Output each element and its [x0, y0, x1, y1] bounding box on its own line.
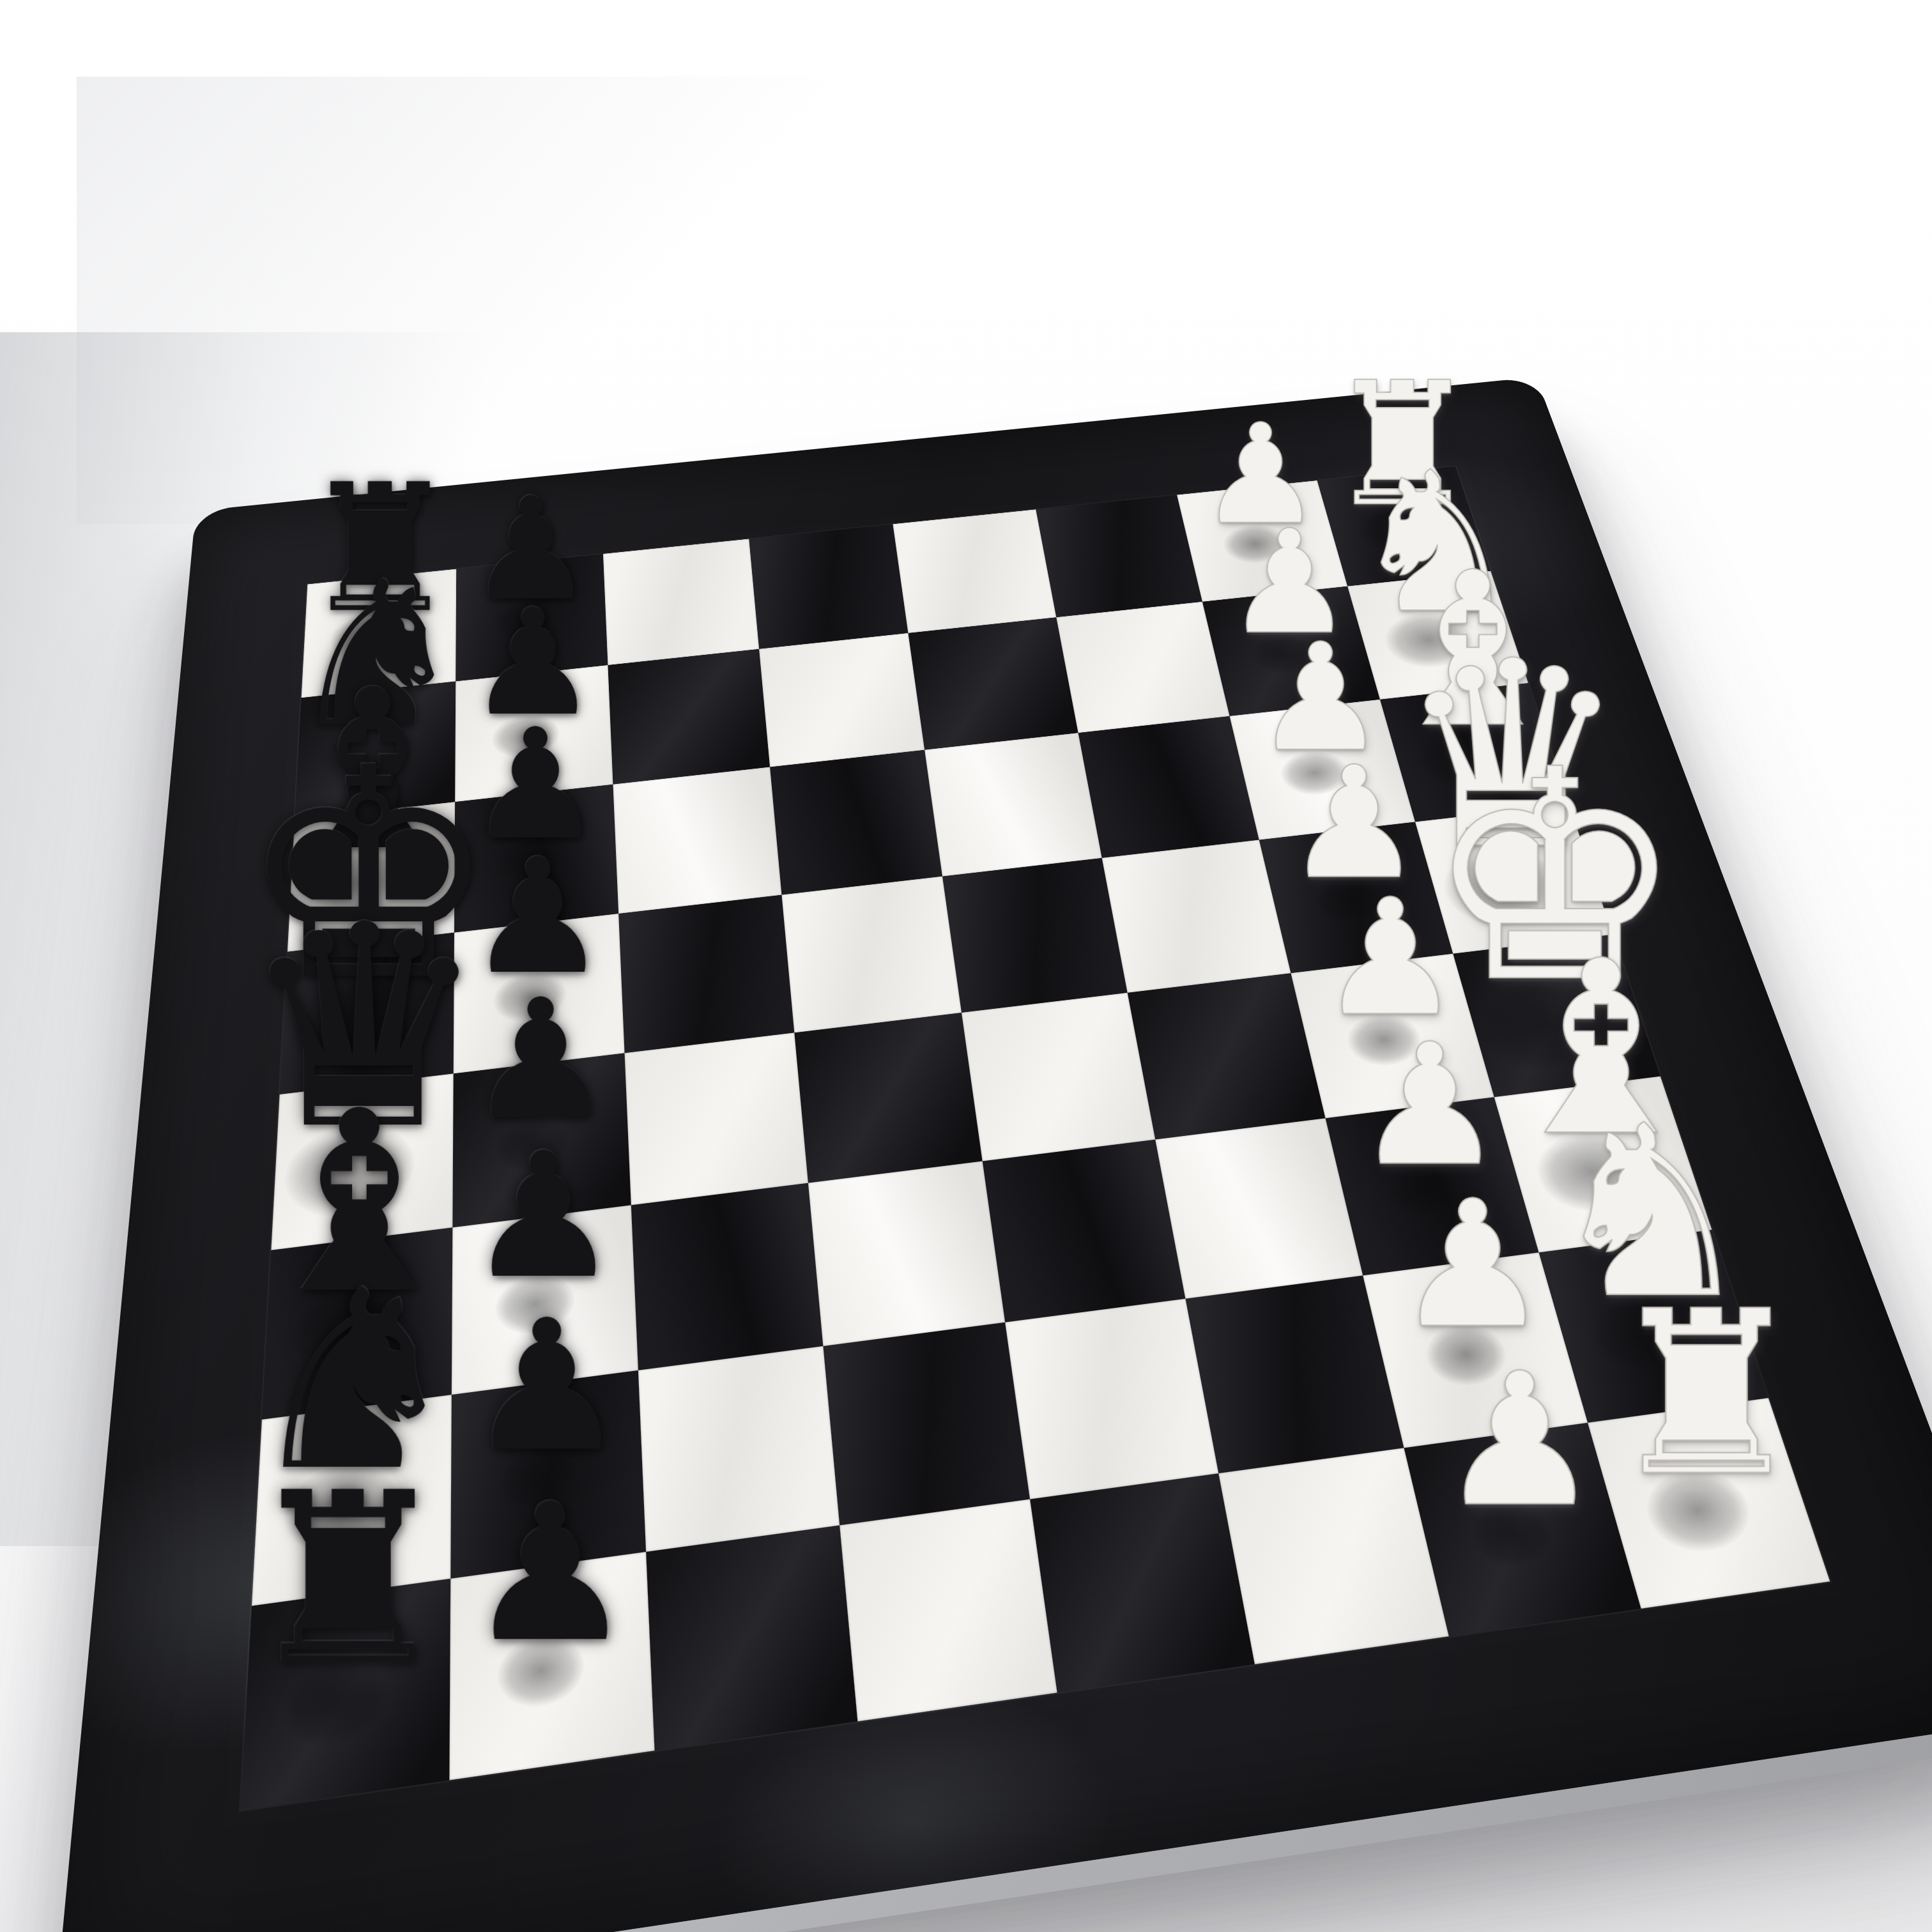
square-b4[interactable]	[908, 617, 1078, 750]
square-c6[interactable]	[613, 767, 781, 914]
square-d5[interactable]	[781, 876, 962, 1032]
square-b6[interactable]	[608, 648, 769, 784]
square-c5[interactable]	[770, 750, 942, 895]
square-b5[interactable]	[759, 633, 925, 767]
square-d3[interactable]	[1101, 839, 1291, 993]
square-c4[interactable]	[924, 733, 1101, 876]
chess-board: ♜♞♝♚♛♝♞♜♟♟♟♟♟♟♟♟♟♟♟♟♟♟♟♟♜♞♝♛♚♝♞♜	[55, 377, 1932, 1932]
square-b7[interactable]	[455, 665, 613, 802]
square-a8[interactable]	[302, 569, 456, 698]
black-pawn-glyph: ♟	[465, 1479, 635, 1669]
white-rook-glyph: ♜	[1605, 1281, 1807, 1507]
square-d4[interactable]	[942, 858, 1127, 1013]
square-a3[interactable]	[1036, 495, 1202, 617]
black-pawn-glyph: ♟	[466, 1130, 621, 1303]
square-b8[interactable]	[295, 681, 456, 820]
black-rook-glyph: ♜	[242, 1461, 454, 1698]
white-pawn-glyph: ♟	[1395, 1177, 1552, 1353]
black-pawn-glyph: ♟	[466, 1296, 628, 1477]
scene: ♜♞♝♚♛♝♞♜♟♟♟♟♟♟♟♟♟♟♟♟♟♟♟♟♜♞♝♛♚♝♞♜	[0, 0, 1932, 1932]
square-b3[interactable]	[1056, 601, 1230, 733]
square-a5[interactable]	[749, 524, 908, 648]
square-a7[interactable]	[456, 554, 608, 681]
square-c3[interactable]	[1078, 716, 1259, 858]
white-pawn-glyph: ♟	[1437, 1349, 1602, 1532]
product-photo: ♜♞♝♚♛♝♞♜♟♟♟♟♟♟♟♟♟♟♟♟♟♟♟♟♜♞♝♛♚♝♞♜	[0, 0, 1932, 1932]
square-a4[interactable]	[893, 509, 1055, 632]
square-a6[interactable]	[603, 539, 759, 665]
